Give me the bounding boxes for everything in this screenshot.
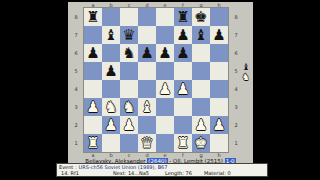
rank-label-5: 5 bbox=[69, 62, 83, 80]
rank-label-3: 3 bbox=[229, 98, 243, 116]
square-e3[interactable] bbox=[156, 98, 174, 116]
white-knight: ♞ bbox=[104, 98, 117, 116]
rank-label-7: 7 bbox=[229, 26, 243, 44]
white-bishop: ♝ bbox=[140, 98, 153, 116]
square-g6[interactable] bbox=[192, 44, 210, 62]
black-pawn: ♟ bbox=[86, 44, 99, 62]
black-queen: ♛ bbox=[122, 26, 135, 44]
white-queen: ♛ bbox=[140, 134, 153, 152]
square-a1[interactable]: ♜ bbox=[84, 134, 102, 152]
rank-label-2: 2 bbox=[229, 116, 243, 134]
square-b3[interactable]: ♞ bbox=[102, 98, 120, 116]
square-a4[interactable] bbox=[84, 80, 102, 98]
rank-label-1: 1 bbox=[69, 134, 83, 152]
square-b1[interactable] bbox=[102, 134, 120, 152]
move-line: 14. Rf1 Next: 14...Na5 Length: 76 Materi… bbox=[59, 170, 265, 176]
white-pawn: ♟ bbox=[158, 80, 171, 98]
square-c8[interactable] bbox=[120, 8, 138, 26]
black-pawn: ♟ bbox=[176, 26, 189, 44]
square-d4[interactable] bbox=[138, 80, 156, 98]
square-d7[interactable] bbox=[138, 26, 156, 44]
last-move: 14. Rf1 bbox=[61, 170, 79, 176]
white-rook: ♜ bbox=[86, 134, 99, 152]
square-h8[interactable] bbox=[210, 8, 228, 26]
square-e7[interactable] bbox=[156, 26, 174, 44]
rank-label-8: 8 bbox=[69, 8, 83, 26]
square-f8[interactable]: ♜ bbox=[174, 8, 192, 26]
square-a6[interactable]: ♟ bbox=[84, 44, 102, 62]
game-info-box: Event : URS-ch56 Soviet Union (1989), B6… bbox=[56, 163, 268, 177]
square-f2[interactable] bbox=[174, 116, 192, 134]
black-pawn: ♟ bbox=[176, 44, 189, 62]
white-pawn: ♟ bbox=[176, 80, 189, 98]
black-bishop: ♝ bbox=[194, 26, 207, 44]
game-length: Length: 76 bbox=[165, 170, 192, 176]
rank-label-7: 7 bbox=[69, 26, 83, 44]
square-h1[interactable] bbox=[210, 134, 228, 152]
black-pawn: ♟ bbox=[104, 62, 117, 80]
square-a3[interactable]: ♟ bbox=[84, 98, 102, 116]
black-pawn: ♟ bbox=[158, 44, 171, 62]
square-g4[interactable] bbox=[192, 80, 210, 98]
square-c4[interactable] bbox=[120, 80, 138, 98]
square-a2[interactable] bbox=[84, 116, 102, 134]
rank-label-1: 1 bbox=[229, 134, 243, 152]
square-b7[interactable]: ♝ bbox=[102, 26, 120, 44]
square-e4[interactable]: ♟ bbox=[156, 80, 174, 98]
square-b5[interactable]: ♟ bbox=[102, 62, 120, 80]
square-h5[interactable] bbox=[210, 62, 228, 80]
square-f6[interactable]: ♟ bbox=[174, 44, 192, 62]
square-c1[interactable] bbox=[120, 134, 138, 152]
black-pawn: ♟ bbox=[140, 44, 153, 62]
captured-white-knight-icon: ♞ bbox=[242, 72, 250, 82]
square-f4[interactable]: ♟ bbox=[174, 80, 192, 98]
black-bishop: ♝ bbox=[104, 26, 117, 44]
square-f7[interactable]: ♟ bbox=[174, 26, 192, 44]
square-h7[interactable]: ♟ bbox=[210, 26, 228, 44]
rank-label-2: 2 bbox=[69, 116, 83, 134]
captured-black-bishop-icon: ♝ bbox=[242, 62, 250, 72]
black-king: ♚ bbox=[194, 8, 207, 26]
square-h3[interactable] bbox=[210, 98, 228, 116]
square-g8[interactable]: ♚ bbox=[192, 8, 210, 26]
square-f5[interactable] bbox=[174, 62, 192, 80]
square-c7[interactable]: ♛ bbox=[120, 26, 138, 44]
square-a5[interactable] bbox=[84, 62, 102, 80]
square-d3[interactable]: ♝ bbox=[138, 98, 156, 116]
white-pawn: ♟ bbox=[86, 98, 99, 116]
black-pawn: ♟ bbox=[212, 26, 225, 44]
square-d1[interactable]: ♛ bbox=[138, 134, 156, 152]
square-g7[interactable]: ♝ bbox=[192, 26, 210, 44]
rank-label-6: 6 bbox=[69, 44, 83, 62]
rank-label-8: 8 bbox=[229, 8, 243, 26]
square-g2[interactable]: ♟ bbox=[192, 116, 210, 134]
video-frame: abcdefgh 87654321 ♜♜♚♝♛♟♝♟♟♞♟♟♟♟♟♟♟♞♞♝♟♟… bbox=[0, 0, 320, 180]
square-d5[interactable] bbox=[138, 62, 156, 80]
square-c2[interactable]: ♟ bbox=[120, 116, 138, 134]
chess-board[interactable]: ♜♜♚♝♛♟♝♟♟♞♟♟♟♟♟♟♟♞♞♝♟♟♟♟♜♛♜♚ bbox=[84, 8, 228, 152]
rank-label-3: 3 bbox=[69, 98, 83, 116]
rank-label-4: 4 bbox=[229, 80, 243, 98]
square-d6[interactable]: ♟ bbox=[138, 44, 156, 62]
square-f3[interactable] bbox=[174, 98, 192, 116]
square-d2[interactable] bbox=[138, 116, 156, 134]
square-c5[interactable] bbox=[120, 62, 138, 80]
white-rook: ♜ bbox=[176, 134, 189, 152]
chess-board-panel: abcdefgh 87654321 ♜♜♚♝♛♟♝♟♟♞♟♟♟♟♟♟♟♞♞♝♟♟… bbox=[68, 2, 253, 163]
captured-pieces-tray: ♝♞ bbox=[240, 62, 252, 82]
square-g3[interactable] bbox=[192, 98, 210, 116]
square-e1[interactable] bbox=[156, 134, 174, 152]
square-a7[interactable] bbox=[84, 26, 102, 44]
white-king: ♚ bbox=[194, 134, 207, 152]
rank-label-4: 4 bbox=[69, 80, 83, 98]
square-c6[interactable]: ♞ bbox=[120, 44, 138, 62]
rank-label-6: 6 bbox=[229, 44, 243, 62]
white-pawn: ♟ bbox=[194, 116, 207, 134]
square-b8[interactable] bbox=[102, 8, 120, 26]
square-d8[interactable] bbox=[138, 8, 156, 26]
white-pawn: ♟ bbox=[212, 116, 225, 134]
white-pawn: ♟ bbox=[122, 116, 135, 134]
white-pawn: ♟ bbox=[104, 116, 117, 134]
square-f1[interactable]: ♜ bbox=[174, 134, 192, 152]
square-e2[interactable] bbox=[156, 116, 174, 134]
square-g5[interactable] bbox=[192, 62, 210, 80]
square-b6[interactable] bbox=[102, 44, 120, 62]
black-rook: ♜ bbox=[176, 8, 189, 26]
rank-labels-left: 87654321 bbox=[69, 8, 83, 152]
square-g1[interactable]: ♚ bbox=[192, 134, 210, 152]
square-e5[interactable] bbox=[156, 62, 174, 80]
black-knight: ♞ bbox=[122, 44, 135, 62]
square-e8[interactable] bbox=[156, 8, 174, 26]
material-balance: Material: 0 bbox=[204, 170, 231, 176]
square-c3[interactable]: ♞ bbox=[120, 98, 138, 116]
square-h6[interactable] bbox=[210, 44, 228, 62]
square-b2[interactable]: ♟ bbox=[102, 116, 120, 134]
square-e6[interactable]: ♟ bbox=[156, 44, 174, 62]
white-knight: ♞ bbox=[122, 98, 135, 116]
next-move: Next: 14...Na5 bbox=[113, 170, 149, 176]
black-rook: ♜ bbox=[86, 8, 99, 26]
square-h2[interactable]: ♟ bbox=[210, 116, 228, 134]
square-a8[interactable]: ♜ bbox=[84, 8, 102, 26]
square-h4[interactable] bbox=[210, 80, 228, 98]
square-b4[interactable] bbox=[102, 80, 120, 98]
